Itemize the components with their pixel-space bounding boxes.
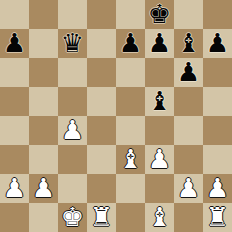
square-e4[interactable] bbox=[116, 116, 145, 145]
square-a7[interactable]: ♟ bbox=[0, 29, 29, 58]
square-e2[interactable] bbox=[116, 174, 145, 203]
square-d4[interactable] bbox=[87, 116, 116, 145]
square-g6[interactable]: ♟ bbox=[174, 58, 203, 87]
square-b6[interactable] bbox=[29, 58, 58, 87]
square-a3[interactable] bbox=[0, 145, 29, 174]
white-pawn-piece[interactable]: ♟ bbox=[206, 174, 229, 203]
square-g4[interactable] bbox=[174, 116, 203, 145]
square-a2[interactable]: ♟ bbox=[0, 174, 29, 203]
white-pawn-piece[interactable]: ♟ bbox=[177, 174, 200, 203]
black-bishop-piece[interactable]: ♝ bbox=[177, 29, 200, 58]
white-rook-piece[interactable]: ♜ bbox=[206, 203, 229, 232]
square-h4[interactable] bbox=[203, 116, 232, 145]
square-b7[interactable] bbox=[29, 29, 58, 58]
white-pawn-piece[interactable]: ♟ bbox=[3, 174, 26, 203]
white-bishop-piece[interactable]: ♝ bbox=[119, 145, 142, 174]
black-queen-piece[interactable]: ♛ bbox=[61, 29, 84, 58]
square-b1[interactable] bbox=[29, 203, 58, 232]
white-pawn-piece[interactable]: ♟ bbox=[148, 145, 171, 174]
black-pawn-piece[interactable]: ♟ bbox=[206, 29, 229, 58]
square-g5[interactable] bbox=[174, 87, 203, 116]
square-d6[interactable] bbox=[87, 58, 116, 87]
square-h3[interactable] bbox=[203, 145, 232, 174]
square-f1[interactable]: ♝ bbox=[145, 203, 174, 232]
square-g8[interactable] bbox=[174, 0, 203, 29]
square-b3[interactable] bbox=[29, 145, 58, 174]
square-h6[interactable] bbox=[203, 58, 232, 87]
square-c6[interactable] bbox=[58, 58, 87, 87]
square-h2[interactable]: ♟ bbox=[203, 174, 232, 203]
black-pawn-piece[interactable]: ♟ bbox=[177, 58, 200, 87]
square-a4[interactable] bbox=[0, 116, 29, 145]
square-c8[interactable] bbox=[58, 0, 87, 29]
square-a8[interactable] bbox=[0, 0, 29, 29]
black-bishop-piece[interactable]: ♝ bbox=[148, 87, 171, 116]
square-e7[interactable]: ♟ bbox=[116, 29, 145, 58]
square-d5[interactable] bbox=[87, 87, 116, 116]
square-c3[interactable] bbox=[58, 145, 87, 174]
square-e6[interactable] bbox=[116, 58, 145, 87]
square-c7[interactable]: ♛ bbox=[58, 29, 87, 58]
square-f2[interactable] bbox=[145, 174, 174, 203]
square-b2[interactable]: ♟ bbox=[29, 174, 58, 203]
square-a5[interactable] bbox=[0, 87, 29, 116]
square-b8[interactable] bbox=[29, 0, 58, 29]
square-g2[interactable]: ♟ bbox=[174, 174, 203, 203]
square-d7[interactable] bbox=[87, 29, 116, 58]
square-c4[interactable]: ♟ bbox=[58, 116, 87, 145]
square-e8[interactable] bbox=[116, 0, 145, 29]
square-d1[interactable]: ♜ bbox=[87, 203, 116, 232]
black-pawn-piece[interactable]: ♟ bbox=[148, 29, 171, 58]
white-pawn-piece[interactable]: ♟ bbox=[32, 174, 55, 203]
chess-board: ♚♟♛♟♟♝♟♟♝♟♝♟♟♟♟♟♚♜♝♜ bbox=[0, 0, 232, 232]
black-pawn-piece[interactable]: ♟ bbox=[3, 29, 26, 58]
white-rook-piece[interactable]: ♜ bbox=[90, 203, 113, 232]
square-d2[interactable] bbox=[87, 174, 116, 203]
square-g7[interactable]: ♝ bbox=[174, 29, 203, 58]
square-f8[interactable]: ♚ bbox=[145, 0, 174, 29]
square-g1[interactable] bbox=[174, 203, 203, 232]
square-f5[interactable]: ♝ bbox=[145, 87, 174, 116]
square-e3[interactable]: ♝ bbox=[116, 145, 145, 174]
square-h1[interactable]: ♜ bbox=[203, 203, 232, 232]
square-f4[interactable] bbox=[145, 116, 174, 145]
white-pawn-piece[interactable]: ♟ bbox=[61, 116, 84, 145]
square-h8[interactable] bbox=[203, 0, 232, 29]
square-c1[interactable]: ♚ bbox=[58, 203, 87, 232]
square-e1[interactable] bbox=[116, 203, 145, 232]
square-f7[interactable]: ♟ bbox=[145, 29, 174, 58]
square-c5[interactable] bbox=[58, 87, 87, 116]
black-king-piece[interactable]: ♚ bbox=[148, 0, 171, 29]
square-h7[interactable]: ♟ bbox=[203, 29, 232, 58]
square-d3[interactable] bbox=[87, 145, 116, 174]
white-king-piece[interactable]: ♚ bbox=[61, 203, 84, 232]
square-c2[interactable] bbox=[58, 174, 87, 203]
square-f6[interactable] bbox=[145, 58, 174, 87]
square-e5[interactable] bbox=[116, 87, 145, 116]
white-bishop-piece[interactable]: ♝ bbox=[148, 203, 171, 232]
square-a6[interactable] bbox=[0, 58, 29, 87]
square-d8[interactable] bbox=[87, 0, 116, 29]
square-f3[interactable]: ♟ bbox=[145, 145, 174, 174]
square-b5[interactable] bbox=[29, 87, 58, 116]
square-a1[interactable] bbox=[0, 203, 29, 232]
black-pawn-piece[interactable]: ♟ bbox=[119, 29, 142, 58]
square-b4[interactable] bbox=[29, 116, 58, 145]
square-h5[interactable] bbox=[203, 87, 232, 116]
square-g3[interactable] bbox=[174, 145, 203, 174]
